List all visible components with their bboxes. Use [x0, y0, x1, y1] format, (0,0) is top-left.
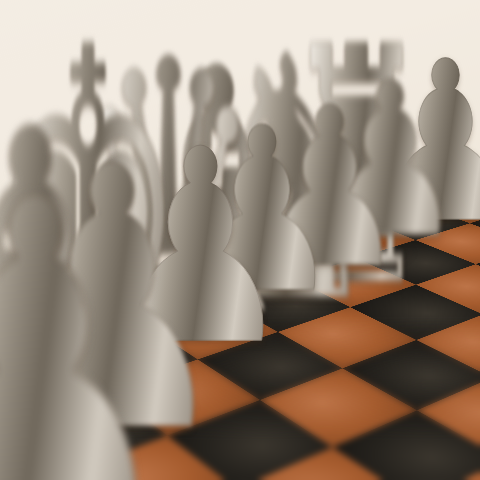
chess-photo-scene: ♝♚♛♝♞♜♟♟♟♟♟♟♟	[0, 0, 480, 480]
piece-white-pawn-g2: ♟	[0, 143, 202, 480]
